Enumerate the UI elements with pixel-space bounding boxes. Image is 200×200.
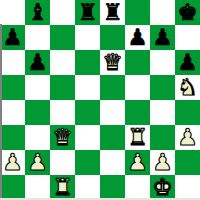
square-e7[interactable] bbox=[100, 25, 125, 50]
square-g3[interactable] bbox=[150, 125, 175, 150]
square-c6[interactable] bbox=[50, 50, 75, 75]
square-a2[interactable]: ♟ bbox=[0, 150, 25, 175]
square-a6[interactable] bbox=[0, 50, 25, 75]
chess-diagram: ♝♜♜♚♟♟♟♟♛♟♞♛♜♟♟♟♟♟♜♚ bbox=[0, 0, 200, 200]
square-e6[interactable]: ♛ bbox=[100, 50, 125, 75]
square-b7[interactable] bbox=[25, 25, 50, 50]
square-f1[interactable] bbox=[125, 175, 150, 200]
square-g4[interactable] bbox=[150, 100, 175, 125]
square-c2[interactable] bbox=[50, 150, 75, 175]
square-h3[interactable]: ♟ bbox=[175, 125, 200, 150]
board-left-edge bbox=[0, 24, 2, 200]
piece-bR-d8[interactable]: ♜ bbox=[77, 0, 98, 25]
square-a7[interactable]: ♟ bbox=[0, 25, 25, 50]
square-c1[interactable]: ♜ bbox=[50, 175, 75, 200]
square-f3[interactable]: ♜ bbox=[125, 125, 150, 150]
square-f6[interactable] bbox=[125, 50, 150, 75]
square-b6[interactable]: ♟ bbox=[25, 50, 50, 75]
square-g1[interactable]: ♚ bbox=[150, 175, 175, 200]
piece-bP-b6[interactable]: ♟ bbox=[27, 50, 48, 75]
square-e3[interactable] bbox=[100, 125, 125, 150]
piece-bP-h6[interactable]: ♟ bbox=[177, 50, 198, 75]
square-g2[interactable]: ♟ bbox=[150, 150, 175, 175]
square-g8[interactable] bbox=[150, 0, 175, 25]
piece-wP-a2[interactable]: ♟ bbox=[2, 150, 23, 175]
square-c3[interactable]: ♛ bbox=[50, 125, 75, 150]
square-e2[interactable] bbox=[100, 150, 125, 175]
square-d3[interactable] bbox=[75, 125, 100, 150]
piece-wP-g2[interactable]: ♟ bbox=[152, 150, 173, 175]
square-c4[interactable] bbox=[50, 100, 75, 125]
piece-bK-h8[interactable]: ♚ bbox=[177, 0, 198, 25]
square-c5[interactable] bbox=[50, 75, 75, 100]
square-h1[interactable] bbox=[175, 175, 200, 200]
square-b5[interactable] bbox=[25, 75, 50, 100]
square-a5[interactable] bbox=[0, 75, 25, 100]
square-e1[interactable] bbox=[100, 175, 125, 200]
square-f8[interactable] bbox=[125, 0, 150, 25]
square-a4[interactable] bbox=[0, 100, 25, 125]
board-bottom-edge bbox=[0, 198, 200, 200]
piece-wR-c1[interactable]: ♜ bbox=[52, 175, 73, 200]
square-h2[interactable] bbox=[175, 150, 200, 175]
square-c8[interactable] bbox=[50, 0, 75, 25]
chess-board: ♝♜♜♚♟♟♟♟♛♟♞♛♜♟♟♟♟♟♜♚ bbox=[0, 0, 200, 200]
square-f7[interactable]: ♟ bbox=[125, 25, 150, 50]
square-d6[interactable] bbox=[75, 50, 100, 75]
square-g7[interactable]: ♟ bbox=[150, 25, 175, 50]
square-a8[interactable] bbox=[0, 0, 25, 25]
square-b1[interactable] bbox=[25, 175, 50, 200]
square-h4[interactable] bbox=[175, 100, 200, 125]
piece-wP-f2[interactable]: ♟ bbox=[127, 150, 148, 175]
square-e4[interactable] bbox=[100, 100, 125, 125]
square-a1[interactable] bbox=[0, 175, 25, 200]
piece-wP-h3[interactable]: ♟ bbox=[177, 125, 198, 150]
square-h8[interactable]: ♚ bbox=[175, 0, 200, 25]
piece-wQ-e6[interactable]: ♛ bbox=[102, 50, 123, 75]
square-d8[interactable]: ♜ bbox=[75, 0, 100, 25]
piece-wN-h5[interactable]: ♞ bbox=[177, 75, 198, 100]
square-h5[interactable]: ♞ bbox=[175, 75, 200, 100]
piece-bP-a7[interactable]: ♟ bbox=[2, 25, 23, 50]
square-d2[interactable] bbox=[75, 150, 100, 175]
piece-bP-g7[interactable]: ♟ bbox=[152, 25, 173, 50]
square-g5[interactable] bbox=[150, 75, 175, 100]
square-a3[interactable] bbox=[0, 125, 25, 150]
square-e5[interactable] bbox=[100, 75, 125, 100]
square-f5[interactable] bbox=[125, 75, 150, 100]
square-f2[interactable]: ♟ bbox=[125, 150, 150, 175]
piece-wP-b2[interactable]: ♟ bbox=[27, 150, 48, 175]
square-d5[interactable] bbox=[75, 75, 100, 100]
square-h6[interactable]: ♟ bbox=[175, 50, 200, 75]
piece-wR-f3[interactable]: ♜ bbox=[127, 125, 148, 150]
square-d4[interactable] bbox=[75, 100, 100, 125]
square-d1[interactable] bbox=[75, 175, 100, 200]
square-d7[interactable] bbox=[75, 25, 100, 50]
square-h7[interactable] bbox=[175, 25, 200, 50]
square-g6[interactable] bbox=[150, 50, 175, 75]
square-c7[interactable] bbox=[50, 25, 75, 50]
square-b8[interactable]: ♝ bbox=[25, 0, 50, 25]
square-f4[interactable] bbox=[125, 100, 150, 125]
piece-bR-e8[interactable]: ♜ bbox=[102, 0, 123, 25]
square-e8[interactable]: ♜ bbox=[100, 0, 125, 25]
square-b4[interactable] bbox=[25, 100, 50, 125]
piece-wK-g1[interactable]: ♚ bbox=[152, 175, 173, 200]
square-b3[interactable] bbox=[25, 125, 50, 150]
piece-bB-b8[interactable]: ♝ bbox=[27, 0, 48, 25]
piece-wQ-c3[interactable]: ♛ bbox=[52, 125, 73, 150]
square-b2[interactable]: ♟ bbox=[25, 150, 50, 175]
piece-bP-f7[interactable]: ♟ bbox=[127, 25, 148, 50]
